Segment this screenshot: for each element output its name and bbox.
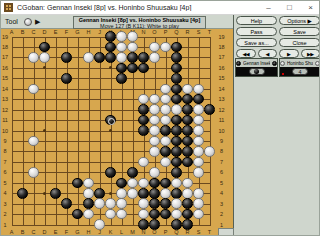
stone-white (116, 52, 127, 63)
stone-white (138, 178, 149, 189)
player-tray-black (236, 67, 277, 76)
row-label: 17 (217, 54, 227, 60)
tool-stone-icon[interactable] (24, 18, 32, 26)
stone-black (171, 84, 182, 95)
row-label: 13 (0, 96, 10, 102)
stone-black (116, 63, 127, 74)
stone-black (171, 136, 182, 147)
black-stone-icon (254, 69, 259, 74)
row-label: 2 (0, 211, 10, 217)
stone-black (105, 115, 116, 126)
stone-black (149, 188, 160, 199)
stone-white (171, 104, 182, 115)
row-label: 8 (0, 148, 10, 154)
black-stone-icon (236, 61, 241, 66)
row-label: 11 (217, 117, 227, 123)
row-label: 5 (217, 180, 227, 186)
stone-white (83, 178, 94, 189)
column-label: D (40, 229, 50, 235)
stone-black (171, 219, 182, 230)
stone-white (116, 42, 127, 53)
stone-white (160, 104, 171, 115)
stone-black (160, 178, 171, 189)
stone-white (116, 188, 127, 199)
row-label: 4 (217, 190, 227, 196)
nav-first-button[interactable]: ◀◀ (236, 49, 256, 58)
stone-black (171, 188, 182, 199)
stone-white (193, 136, 204, 147)
stone-black (127, 52, 138, 63)
stone-white (160, 136, 171, 147)
help-button[interactable]: Help (236, 16, 277, 25)
column-label: E (51, 29, 61, 35)
stone-white (28, 167, 39, 178)
column-label: F (62, 229, 72, 235)
stone-white (39, 52, 50, 63)
stone-white (127, 178, 138, 189)
stone-white (193, 125, 204, 136)
stone-black (61, 73, 72, 84)
stone-black (17, 188, 28, 199)
column-label: M (128, 229, 138, 235)
stone-black (204, 104, 215, 115)
stone-white (138, 209, 149, 220)
white-stone-icon (280, 61, 285, 66)
column-label: T (205, 29, 215, 35)
stone-black (171, 73, 182, 84)
star-point (109, 66, 112, 69)
column-label: C (29, 29, 39, 35)
stone-black (94, 52, 105, 63)
stone-black (160, 125, 171, 136)
resize-grip[interactable] (218, 228, 234, 236)
stone-black (83, 198, 94, 209)
stone-white (28, 84, 39, 95)
black-capture-counter (249, 68, 265, 75)
row-label: 19 (0, 34, 10, 40)
column-label: H (84, 29, 94, 35)
column-label: S (194, 229, 204, 235)
stone-white (149, 146, 160, 157)
stone-black (116, 73, 127, 84)
row-label: 6 (0, 169, 10, 175)
stone-black (127, 63, 138, 74)
stone-black (171, 63, 182, 74)
save-button[interactable]: Save (279, 27, 320, 36)
row-label: 12 (0, 107, 10, 113)
player-plaque-white: Honinbo Shuusaku [4p] 4 (279, 58, 320, 77)
stone-white (116, 209, 127, 220)
stone-white (149, 42, 160, 53)
stone-black (138, 104, 149, 115)
stone-white (149, 167, 160, 178)
options-button[interactable]: Options ▶ (279, 16, 320, 25)
stone-black (182, 219, 193, 230)
row-label: 9 (0, 138, 10, 144)
stone-white (204, 146, 215, 157)
column-label: R (183, 29, 193, 35)
stone-white (94, 198, 105, 209)
stone-white (138, 94, 149, 105)
stone-black (160, 146, 171, 157)
stone-white (28, 52, 39, 63)
stone-black (182, 94, 193, 105)
stone-black (171, 167, 182, 178)
stone-white (149, 104, 160, 115)
control-panel: Help Options ▶ Pass Save Save as... Clos… (233, 15, 320, 236)
row-label: 10 (217, 128, 227, 134)
column-label: C (29, 229, 39, 235)
grid-line (210, 37, 211, 226)
stone-white (127, 42, 138, 53)
column-label: H (84, 229, 94, 235)
stone-black (182, 198, 193, 209)
column-label: S (194, 29, 204, 35)
column-label: P (161, 29, 171, 35)
stone-white (127, 188, 138, 199)
close-game-button[interactable]: Close (279, 38, 320, 47)
close-window-button[interactable]: × (300, 1, 320, 14)
window-title: CGoban: Gennan Inseki [8p] vs. Honinbo S… (17, 4, 258, 11)
stone-white (28, 136, 39, 147)
stone-black (160, 198, 171, 209)
stone-white (149, 94, 160, 105)
nav-prev-button[interactable]: ◀ (258, 49, 278, 58)
nav-last-button[interactable]: ▶▶ (301, 49, 320, 58)
column-label: G (73, 29, 83, 35)
stone-black (182, 146, 193, 157)
column-label: O (150, 29, 160, 35)
column-label: B (18, 229, 28, 235)
stone-black (61, 52, 72, 63)
white-stone-icon (315, 61, 320, 66)
stone-black (50, 188, 61, 199)
column-label: E (51, 229, 61, 235)
stone-black (149, 198, 160, 209)
stone-black (138, 115, 149, 126)
row-label: 3 (0, 201, 10, 207)
stone-white (116, 198, 127, 209)
row-label: 8 (217, 148, 227, 154)
star-point (43, 66, 46, 69)
column-label: P (161, 229, 171, 235)
column-label: K (106, 229, 116, 235)
row-label: 15 (217, 75, 227, 81)
stone-black (138, 125, 149, 136)
stone-white (193, 104, 204, 115)
column-label: Q (172, 29, 182, 35)
stone-white (171, 198, 182, 209)
star-point (43, 192, 46, 195)
stone-black (193, 94, 204, 105)
stone-white (94, 219, 105, 230)
stone-black (138, 63, 149, 74)
tool-menu-arrow-icon[interactable]: ▶ (35, 18, 40, 26)
column-label: F (62, 29, 72, 35)
stone-white (160, 94, 171, 105)
stone-white (105, 198, 116, 209)
column-label: A (7, 229, 17, 235)
star-point (109, 129, 112, 132)
stone-black (39, 42, 50, 53)
stone-black (105, 31, 116, 42)
stone-white (182, 188, 193, 199)
stone-white (171, 178, 182, 189)
stone-black (171, 52, 182, 63)
stone-white (83, 188, 94, 199)
stone-black (61, 198, 72, 209)
stone-white (193, 209, 204, 220)
stone-white (160, 115, 171, 126)
stone-black (182, 136, 193, 147)
stone-black (182, 104, 193, 115)
stone-white (105, 209, 116, 220)
app-window: CGoban: Gennan Inseki [8p] vs. Honinbo S… (0, 0, 320, 236)
minimize-button[interactable]: – (258, 1, 279, 14)
stone-white (149, 125, 160, 136)
stone-black (182, 209, 193, 220)
row-label: 16 (0, 65, 10, 71)
stone-black (171, 146, 182, 157)
column-label: T (205, 229, 215, 235)
row-label: 2 (217, 211, 227, 217)
stone-white (138, 198, 149, 209)
stone-white (193, 167, 204, 178)
nav-next-button[interactable]: ▶ (279, 49, 299, 58)
stone-white (138, 157, 149, 168)
tool-label: Tool (5, 18, 18, 25)
column-label: G (73, 229, 83, 235)
row-label: 12 (217, 107, 227, 113)
row-label: 18 (0, 44, 10, 50)
player-tray-white: 4 (280, 67, 320, 76)
row-label: 1 (217, 222, 227, 228)
game-info-panel: Gennan Inseki [8p] vs. Honinbo Shuusaku … (73, 16, 206, 29)
stone-black (105, 42, 116, 53)
stone-black (160, 209, 171, 220)
pass-button[interactable]: Pass (236, 27, 277, 36)
stone-black (72, 178, 83, 189)
stone-white (171, 209, 182, 220)
stone-black (149, 219, 160, 230)
row-label: 14 (217, 86, 227, 92)
row-label: 11 (0, 117, 10, 123)
stone-white (149, 115, 160, 126)
row-label: 16 (217, 65, 227, 71)
stone-white (160, 157, 171, 168)
stone-black (182, 115, 193, 126)
stone-black (138, 52, 149, 63)
stone-black (171, 157, 182, 168)
column-label: B (18, 29, 28, 35)
row-label: 18 (217, 44, 227, 50)
player-plaque-black: Gennan Inseki [8p] (235, 58, 278, 77)
stone-black (171, 42, 182, 53)
stone-black (171, 94, 182, 105)
row-label: 10 (0, 128, 10, 134)
stone-black (127, 167, 138, 178)
row-label: 5 (0, 180, 10, 186)
stone-white (127, 31, 138, 42)
stone-white (193, 157, 204, 168)
stone-white (160, 84, 171, 95)
stone-black (94, 188, 105, 199)
stone-black (182, 125, 193, 136)
stone-black (138, 219, 149, 230)
column-label: N (139, 29, 149, 35)
star-point (43, 129, 46, 132)
row-label: 14 (0, 86, 10, 92)
column-label: D (40, 29, 50, 35)
row-label: 3 (217, 201, 227, 207)
stone-black (171, 125, 182, 136)
row-label: 7 (217, 159, 227, 165)
row-label: 6 (217, 169, 227, 175)
stone-white (149, 52, 160, 63)
stone-white (160, 42, 171, 53)
stone-black (138, 188, 149, 199)
title-bar: CGoban: Gennan Inseki [8p] vs. Honinbo S… (1, 1, 320, 15)
stone-black (72, 209, 83, 220)
stone-black (105, 52, 116, 63)
stone-white (193, 84, 204, 95)
stone-white (83, 52, 94, 63)
timer-warning-dot (282, 73, 284, 75)
stone-white (193, 188, 204, 199)
row-label: 13 (217, 96, 227, 102)
stone-black (149, 209, 160, 220)
player-name-black: Gennan Inseki [8p] (243, 61, 270, 66)
row-label: 19 (217, 34, 227, 40)
stone-white (182, 178, 193, 189)
app-icon (4, 3, 13, 12)
goban[interactable]: AA1919BB1818CC1717DD1616EE1515FF1414GG13… (1, 29, 233, 236)
stone-black (105, 167, 116, 178)
stone-white (193, 115, 204, 126)
stone-black (171, 115, 182, 126)
maximize-button[interactable]: □ (279, 1, 300, 14)
stone-white (160, 188, 171, 199)
white-capture-counter: 4 (292, 68, 308, 75)
stone-white (116, 31, 127, 42)
row-label: 15 (0, 75, 10, 81)
stone-white (193, 198, 204, 209)
stone-white (193, 146, 204, 157)
row-label: 9 (217, 138, 227, 144)
stone-white (149, 136, 160, 147)
black-stone-icon (272, 61, 277, 66)
stone-black (149, 178, 160, 189)
row-label: 17 (0, 54, 10, 60)
row-label: 1 (0, 222, 10, 228)
stone-black (116, 178, 127, 189)
column-label: L (117, 229, 127, 235)
column-label: J (95, 29, 105, 35)
save-as-button[interactable]: Save as... (236, 38, 277, 47)
stone-white (182, 84, 193, 95)
player-name-white: Honinbo Shuusaku [4p] (287, 61, 313, 66)
row-label: 4 (0, 190, 10, 196)
row-label: 7 (0, 159, 10, 165)
stone-black (182, 157, 193, 168)
stone-white (83, 209, 94, 220)
star-point (109, 192, 112, 195)
